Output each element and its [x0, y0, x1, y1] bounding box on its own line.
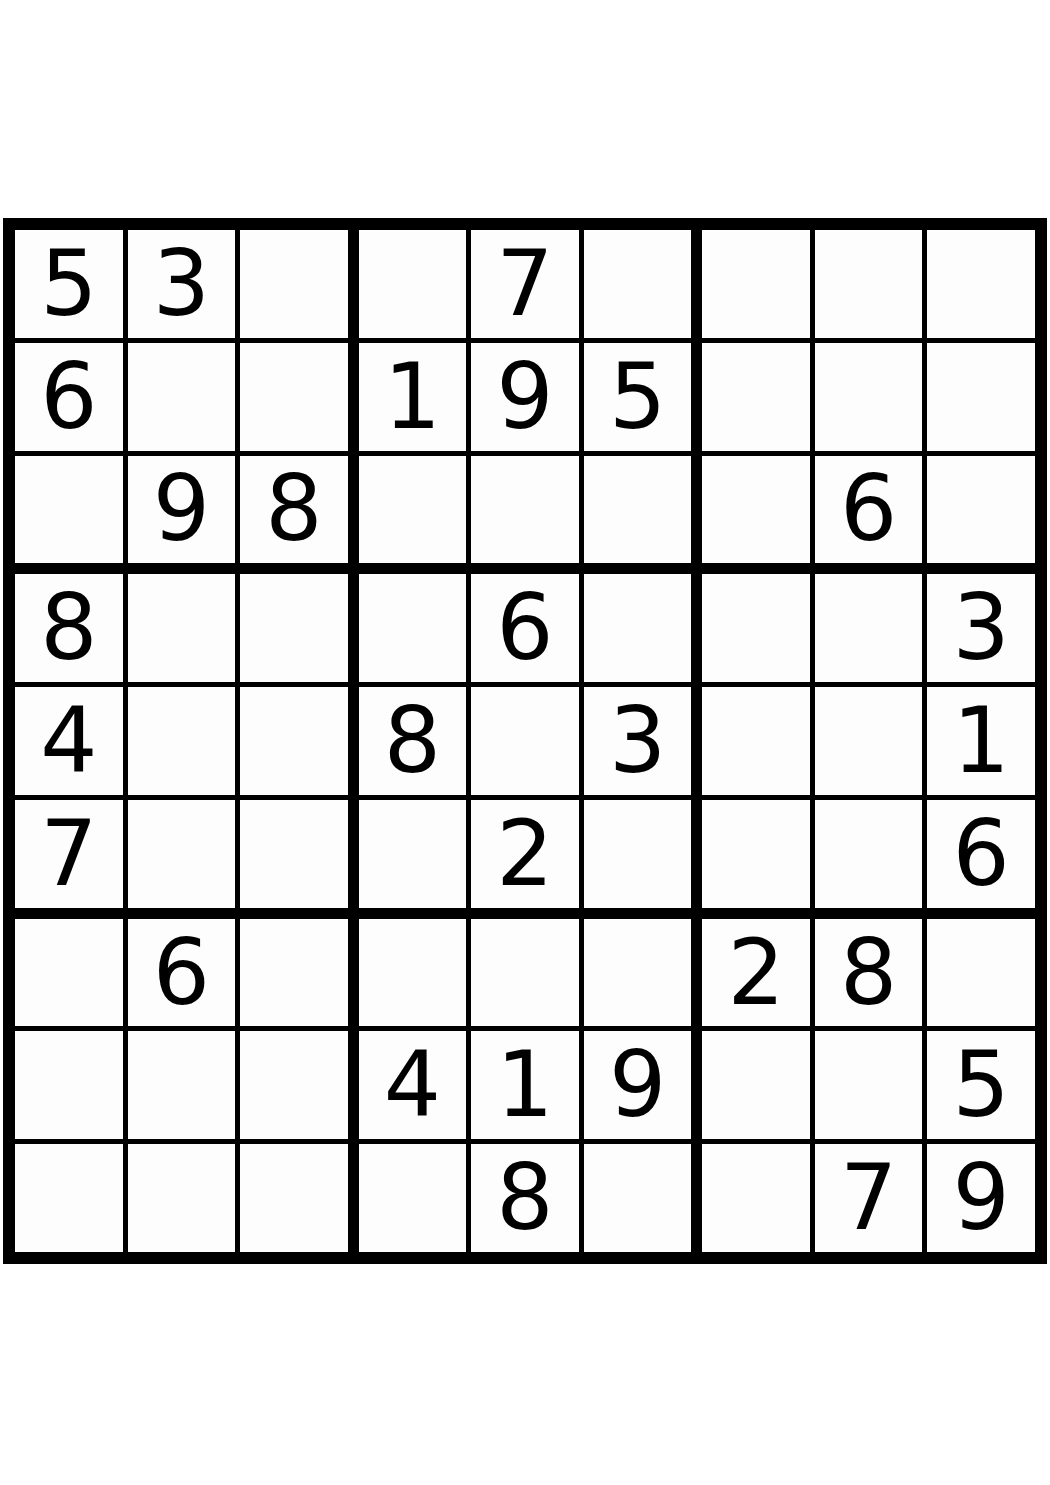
cell-r5c9[interactable]: 1	[927, 687, 1035, 795]
cell-r3c3[interactable]: 8	[240, 456, 348, 564]
cell-r7c4[interactable]	[359, 919, 467, 1027]
cell-r2c3[interactable]	[240, 343, 348, 451]
cell-r8c3[interactable]	[240, 1031, 348, 1139]
cell-r5c5[interactable]	[471, 687, 579, 795]
cell-r9c6[interactable]	[584, 1144, 692, 1252]
cell-r3c4[interactable]	[359, 456, 467, 564]
cell-r4c9[interactable]: 3	[927, 574, 1035, 682]
cell-r3c6[interactable]	[584, 456, 692, 564]
cell-r9c9[interactable]: 9	[927, 1144, 1035, 1252]
cell-r6c9[interactable]: 6	[927, 800, 1035, 908]
cell-r6c5[interactable]: 2	[471, 800, 579, 908]
cell-r5c2[interactable]	[128, 687, 236, 795]
cell-r8c7[interactable]	[702, 1031, 810, 1139]
cell-r2c1[interactable]: 6	[15, 343, 123, 451]
cell-r4c6[interactable]	[584, 574, 692, 682]
cell-r5c8[interactable]	[815, 687, 923, 795]
cell-r6c1[interactable]: 7	[15, 800, 123, 908]
sudoku-board: 537619598686348317266284195879	[3, 218, 1047, 1264]
cell-r5c4[interactable]: 8	[359, 687, 467, 795]
cell-r3c7[interactable]	[702, 456, 810, 564]
cell-r9c7[interactable]	[702, 1144, 810, 1252]
cell-r7c5[interactable]	[471, 919, 579, 1027]
cell-r1c9[interactable]	[927, 230, 1035, 338]
cell-r5c6[interactable]: 3	[584, 687, 692, 795]
cell-r1c3[interactable]	[240, 230, 348, 338]
cell-r7c3[interactable]	[240, 919, 348, 1027]
cell-r7c7[interactable]: 2	[702, 919, 810, 1027]
cell-r6c6[interactable]	[584, 800, 692, 908]
cell-r5c7[interactable]	[702, 687, 810, 795]
cell-r4c7[interactable]	[702, 574, 810, 682]
cell-r4c1[interactable]: 8	[15, 574, 123, 682]
cell-r3c1[interactable]	[15, 456, 123, 564]
cell-r8c4[interactable]: 4	[359, 1031, 467, 1139]
cell-r8c2[interactable]	[128, 1031, 236, 1139]
cell-r6c8[interactable]	[815, 800, 923, 908]
cell-r1c7[interactable]	[702, 230, 810, 338]
cell-r7c9[interactable]	[927, 919, 1035, 1027]
sudoku-page: 537619598686348317266284195879	[0, 0, 1050, 1485]
cell-r6c2[interactable]	[128, 800, 236, 908]
cell-r7c6[interactable]	[584, 919, 692, 1027]
cell-r2c5[interactable]: 9	[471, 343, 579, 451]
cell-r8c9[interactable]: 5	[927, 1031, 1035, 1139]
cell-r4c3[interactable]	[240, 574, 348, 682]
cell-r2c9[interactable]	[927, 343, 1035, 451]
cell-r1c5[interactable]: 7	[471, 230, 579, 338]
cell-r5c1[interactable]: 4	[15, 687, 123, 795]
cell-r1c1[interactable]: 5	[15, 230, 123, 338]
cell-r1c4[interactable]	[359, 230, 467, 338]
cell-r8c6[interactable]: 9	[584, 1031, 692, 1139]
cell-r9c5[interactable]: 8	[471, 1144, 579, 1252]
cell-r2c8[interactable]	[815, 343, 923, 451]
cell-r2c4[interactable]: 1	[359, 343, 467, 451]
cell-r3c9[interactable]	[927, 456, 1035, 564]
cell-r3c2[interactable]: 9	[128, 456, 236, 564]
cell-r4c4[interactable]	[359, 574, 467, 682]
cell-r6c3[interactable]	[240, 800, 348, 908]
cell-r3c8[interactable]: 6	[815, 456, 923, 564]
cell-r9c2[interactable]	[128, 1144, 236, 1252]
cell-r4c2[interactable]	[128, 574, 236, 682]
cell-r5c3[interactable]	[240, 687, 348, 795]
cell-r3c5[interactable]	[471, 456, 579, 564]
cell-r2c2[interactable]	[128, 343, 236, 451]
cell-r7c1[interactable]	[15, 919, 123, 1027]
cell-r1c6[interactable]	[584, 230, 692, 338]
cell-r4c5[interactable]: 6	[471, 574, 579, 682]
cell-r4c8[interactable]	[815, 574, 923, 682]
cell-r1c8[interactable]	[815, 230, 923, 338]
cell-r1c2[interactable]: 3	[128, 230, 236, 338]
cell-r2c7[interactable]	[702, 343, 810, 451]
cell-r6c7[interactable]	[702, 800, 810, 908]
cell-r2c6[interactable]: 5	[584, 343, 692, 451]
cell-r9c4[interactable]	[359, 1144, 467, 1252]
cell-r9c1[interactable]	[15, 1144, 123, 1252]
cell-r8c1[interactable]	[15, 1031, 123, 1139]
cell-r9c8[interactable]: 7	[815, 1144, 923, 1252]
cell-r8c5[interactable]: 1	[471, 1031, 579, 1139]
cell-r7c2[interactable]: 6	[128, 919, 236, 1027]
cell-r8c8[interactable]	[815, 1031, 923, 1139]
cell-r7c8[interactable]: 8	[815, 919, 923, 1027]
cell-r6c4[interactable]	[359, 800, 467, 908]
cell-r9c3[interactable]	[240, 1144, 348, 1252]
